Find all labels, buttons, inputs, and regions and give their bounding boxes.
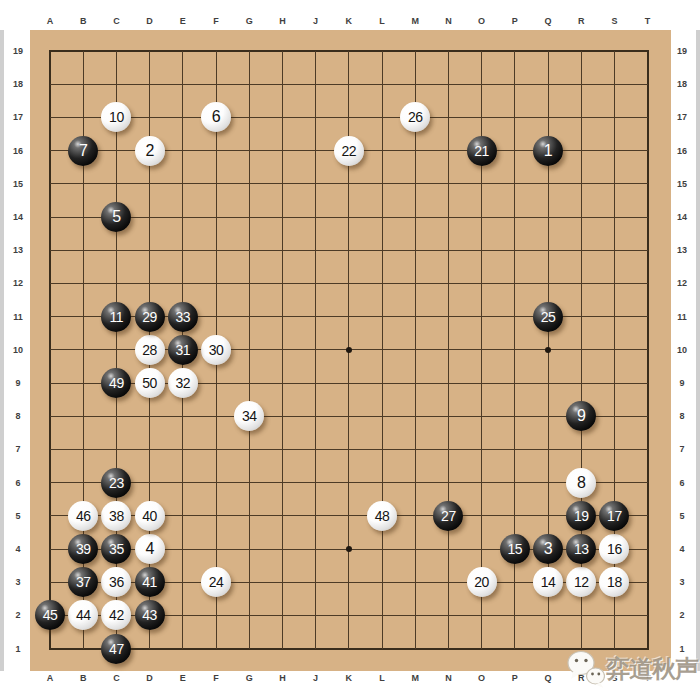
column-label-bottom: M [403, 672, 427, 684]
column-label-bottom: F [204, 672, 228, 684]
stone-black-11: 11 [101, 302, 131, 332]
stone-number: 13 [574, 542, 589, 556]
column-label-bottom: A [38, 672, 62, 684]
stone-number: 43 [142, 608, 157, 622]
column-label-top: P [503, 15, 527, 27]
stone-number: 26 [408, 110, 423, 124]
stone-number: 12 [574, 575, 589, 589]
stone-white-38: 38 [101, 501, 131, 531]
row-label-left: 15 [6, 178, 30, 190]
grid-line-horizontal [50, 449, 648, 450]
row-label-right: 3 [670, 576, 694, 588]
stone-number: 47 [109, 642, 124, 656]
stone-white-14: 14 [533, 567, 563, 597]
stone-number: 41 [142, 575, 157, 589]
stone-number: 45 [43, 608, 58, 622]
row-label-left: 8 [6, 410, 30, 422]
stone-number: 39 [76, 542, 91, 556]
column-label-top: H [270, 15, 294, 27]
grid-line-vertical [382, 51, 383, 649]
column-label-bottom: S [602, 672, 626, 684]
row-label-left: 12 [6, 277, 30, 289]
stone-black-23: 23 [101, 468, 131, 498]
stone-number: 34 [242, 409, 257, 423]
stone-black-41: 41 [135, 567, 165, 597]
column-label-top: R [569, 15, 593, 27]
row-label-right: 6 [670, 477, 694, 489]
go-diagram: AABBCCDDEEFFGGHHJJKKLLMMNNOOPPQQRRSSTT19… [0, 0, 700, 700]
stone-black-1: 1 [533, 136, 563, 166]
row-label-left: 10 [6, 344, 30, 356]
stone-number: 28 [142, 343, 157, 357]
stone-black-21: 21 [467, 136, 497, 166]
column-label-top: T [636, 15, 660, 27]
column-label-top: D [138, 15, 162, 27]
stone-number: 7 [79, 143, 87, 159]
stone-white-22: 22 [334, 136, 364, 166]
column-label-bottom: N [436, 672, 460, 684]
stone-number: 38 [109, 509, 124, 523]
stone-black-13: 13 [566, 534, 596, 564]
column-label-top: M [403, 15, 427, 27]
stone-white-2: 2 [135, 136, 165, 166]
stone-number: 23 [109, 476, 124, 490]
stone-black-27: 27 [433, 501, 463, 531]
stone-black-3: 3 [533, 534, 563, 564]
stone-white-20: 20 [467, 567, 497, 597]
row-label-left: 2 [6, 609, 30, 621]
stone-number: 14 [541, 575, 556, 589]
stone-number: 8 [577, 475, 585, 491]
stone-number: 49 [109, 376, 124, 390]
row-label-right: 14 [670, 211, 694, 223]
row-label-right: 17 [670, 111, 694, 123]
right-edge-strip [696, 30, 700, 671]
stone-number: 37 [76, 575, 91, 589]
column-label-bottom: Q [536, 672, 560, 684]
stone-number: 29 [142, 310, 157, 324]
row-label-right: 15 [670, 178, 694, 190]
column-label-top: A [38, 15, 62, 27]
stone-white-8: 8 [566, 468, 596, 498]
column-label-top: K [337, 15, 361, 27]
stone-number: 44 [76, 608, 91, 622]
stone-white-28: 28 [135, 335, 165, 365]
stone-number: 1 [544, 143, 552, 159]
stone-black-33: 33 [168, 302, 198, 332]
stone-black-39: 39 [68, 534, 98, 564]
column-label-bottom: L [370, 672, 394, 684]
column-label-bottom: J [304, 672, 328, 684]
column-label-top: B [71, 15, 95, 27]
stone-number: 46 [76, 509, 91, 523]
stone-number: 10 [109, 110, 124, 124]
stone-number: 35 [109, 542, 124, 556]
row-label-left: 18 [6, 78, 30, 90]
row-label-right: 8 [670, 410, 694, 422]
stone-number: 4 [145, 541, 153, 557]
stone-black-43: 43 [135, 600, 165, 630]
row-label-right: 10 [670, 344, 694, 356]
row-label-right: 16 [670, 145, 694, 157]
row-label-right: 2 [670, 609, 694, 621]
column-label-bottom: B [71, 672, 95, 684]
stone-white-46: 46 [68, 501, 98, 531]
stone-white-48: 48 [367, 501, 397, 531]
stone-black-15: 15 [500, 534, 530, 564]
column-label-top: S [602, 15, 626, 27]
column-label-top: J [304, 15, 328, 27]
row-label-right: 5 [670, 510, 694, 522]
row-label-right: 19 [670, 45, 694, 57]
stone-black-31: 31 [168, 335, 198, 365]
stone-white-4: 4 [135, 534, 165, 564]
row-label-right: 11 [670, 311, 694, 323]
stone-white-50: 50 [135, 368, 165, 398]
stone-number: 30 [209, 343, 224, 357]
column-label-bottom: E [171, 672, 195, 684]
stone-number: 48 [375, 509, 390, 523]
row-label-left: 1 [6, 643, 30, 655]
star-point [346, 347, 352, 353]
grid-line-vertical [448, 51, 449, 649]
stone-number: 33 [176, 310, 191, 324]
column-label-top: C [104, 15, 128, 27]
star-point [545, 347, 551, 353]
stone-black-19: 19 [566, 501, 596, 531]
column-label-top: G [237, 15, 261, 27]
stone-number: 24 [209, 575, 224, 589]
stone-number: 6 [212, 109, 220, 125]
stone-number: 18 [607, 575, 622, 589]
column-label-bottom: C [104, 672, 128, 684]
stone-number: 50 [142, 376, 157, 390]
left-edge-strip [0, 30, 4, 671]
column-label-top: L [370, 15, 394, 27]
column-label-bottom: R [569, 672, 593, 684]
grid-line-horizontal [50, 482, 648, 483]
stone-number: 3 [544, 541, 552, 557]
stone-number: 21 [474, 144, 489, 158]
row-label-left: 14 [6, 211, 30, 223]
stone-white-24: 24 [201, 567, 231, 597]
stone-white-30: 30 [201, 335, 231, 365]
row-label-left: 13 [6, 244, 30, 256]
row-label-left: 9 [6, 377, 30, 389]
stone-number: 25 [541, 310, 556, 324]
column-label-top: O [470, 15, 494, 27]
row-label-right: 7 [670, 443, 694, 455]
column-label-bottom: O [470, 672, 494, 684]
stone-number: 42 [109, 608, 124, 622]
stone-black-47: 47 [101, 634, 131, 664]
column-label-bottom: H [270, 672, 294, 684]
stone-number: 20 [474, 575, 489, 589]
row-label-left: 16 [6, 145, 30, 157]
column-label-bottom: D [138, 672, 162, 684]
row-label-left: 7 [6, 443, 30, 455]
stone-number: 17 [607, 509, 622, 523]
stone-number: 27 [441, 509, 456, 523]
row-label-right: 13 [670, 244, 694, 256]
row-label-left: 5 [6, 510, 30, 522]
row-label-right: 1 [670, 643, 694, 655]
stone-number: 9 [577, 408, 585, 424]
stone-number: 36 [109, 575, 124, 589]
column-label-top: E [171, 15, 195, 27]
stone-white-32: 32 [168, 368, 198, 398]
stone-black-25: 25 [533, 302, 563, 332]
stone-number: 5 [112, 209, 120, 225]
row-label-left: 11 [6, 311, 30, 323]
column-label-bottom: G [237, 672, 261, 684]
column-label-top: F [204, 15, 228, 27]
stone-number: 32 [176, 376, 191, 390]
stone-number: 16 [607, 542, 622, 556]
stone-black-17: 17 [599, 501, 629, 531]
row-label-right: 9 [670, 377, 694, 389]
stone-number: 31 [176, 343, 191, 357]
stone-number: 19 [574, 509, 589, 523]
grid-line-horizontal [50, 416, 648, 417]
stone-number: 2 [145, 143, 153, 159]
row-label-left: 3 [6, 576, 30, 588]
column-label-bottom: T [636, 672, 660, 684]
row-label-right: 18 [670, 78, 694, 90]
star-point [346, 546, 352, 552]
column-label-top: Q [536, 15, 560, 27]
row-label-left: 19 [6, 45, 30, 57]
grid-line-vertical [415, 51, 416, 649]
row-label-left: 6 [6, 477, 30, 489]
column-label-bottom: K [337, 672, 361, 684]
stone-number: 15 [508, 542, 523, 556]
stone-number: 22 [342, 144, 357, 158]
stone-number: 11 [110, 310, 124, 324]
row-label-right: 4 [670, 543, 694, 555]
stone-black-29: 29 [135, 302, 165, 332]
row-label-right: 12 [670, 277, 694, 289]
stone-black-7: 7 [68, 136, 98, 166]
column-label-bottom: P [503, 672, 527, 684]
stone-number: 40 [142, 509, 157, 523]
column-label-top: N [436, 15, 460, 27]
stone-white-40: 40 [135, 501, 165, 531]
row-label-left: 4 [6, 543, 30, 555]
row-label-left: 17 [6, 111, 30, 123]
